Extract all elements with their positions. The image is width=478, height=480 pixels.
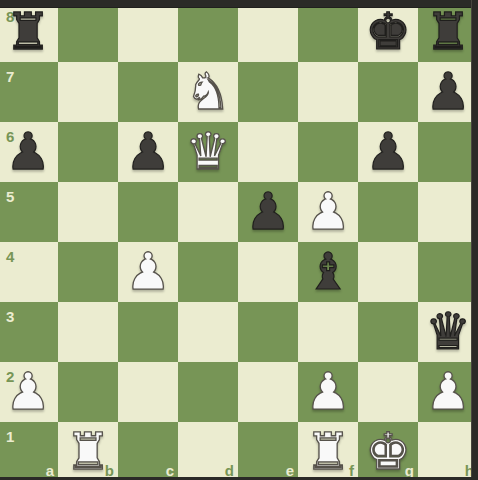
piece-black-pawn[interactable]: ♟ xyxy=(418,62,478,122)
rank-label: 7 xyxy=(6,69,14,84)
square-a5[interactable]: 5 xyxy=(0,182,58,242)
square-g8[interactable]: ♚ xyxy=(358,2,418,62)
square-c4[interactable]: ♟ xyxy=(118,242,178,302)
square-d7[interactable]: ♞ xyxy=(178,62,238,122)
square-g7[interactable] xyxy=(358,62,418,122)
square-b3[interactable] xyxy=(58,302,118,362)
square-c3[interactable] xyxy=(118,302,178,362)
square-h3[interactable]: ♛ xyxy=(418,302,478,362)
square-b8[interactable] xyxy=(58,2,118,62)
square-b6[interactable] xyxy=(58,122,118,182)
piece-white-pawn[interactable]: ♟ xyxy=(298,362,358,422)
piece-black-pawn[interactable]: ♟ xyxy=(118,122,178,182)
window-edge-top xyxy=(0,0,478,8)
square-d3[interactable] xyxy=(178,302,238,362)
square-f5[interactable]: ♟ xyxy=(298,182,358,242)
square-d4[interactable] xyxy=(178,242,238,302)
square-g6[interactable]: ♟ xyxy=(358,122,418,182)
square-f4[interactable]: ♝ xyxy=(298,242,358,302)
square-d1[interactable]: d xyxy=(178,422,238,480)
chess-board-app: 8♜♚♜7♞♟6♟♟♛♟5♟♟4♟♝3♛2♟♟♟1ab♜cdef♜g♚h xyxy=(0,0,478,480)
square-b1[interactable]: b♜ xyxy=(58,422,118,480)
square-g2[interactable] xyxy=(358,362,418,422)
square-b2[interactable] xyxy=(58,362,118,422)
square-f7[interactable] xyxy=(298,62,358,122)
file-label: a xyxy=(46,463,54,478)
square-h2[interactable]: ♟ xyxy=(418,362,478,422)
square-h6[interactable] xyxy=(418,122,478,182)
rank-label: 4 xyxy=(6,249,14,264)
square-a3[interactable]: 3 xyxy=(0,302,58,362)
square-e6[interactable] xyxy=(238,122,298,182)
square-f3[interactable] xyxy=(298,302,358,362)
chess-board: 8♜♚♜7♞♟6♟♟♛♟5♟♟4♟♝3♛2♟♟♟1ab♜cdef♜g♚h xyxy=(0,2,478,480)
piece-black-pawn[interactable]: ♟ xyxy=(358,122,418,182)
square-b5[interactable] xyxy=(58,182,118,242)
square-e1[interactable]: e xyxy=(238,422,298,480)
square-d5[interactable] xyxy=(178,182,238,242)
piece-white-pawn[interactable]: ♟ xyxy=(418,362,478,422)
square-g5[interactable] xyxy=(358,182,418,242)
square-c6[interactable]: ♟ xyxy=(118,122,178,182)
piece-white-knight[interactable]: ♞ xyxy=(178,62,238,122)
square-c2[interactable] xyxy=(118,362,178,422)
square-d2[interactable] xyxy=(178,362,238,422)
square-f6[interactable] xyxy=(298,122,358,182)
square-d8[interactable] xyxy=(178,2,238,62)
square-b7[interactable] xyxy=(58,62,118,122)
square-h1[interactable]: h xyxy=(418,422,478,480)
file-label: c xyxy=(166,463,174,478)
piece-black-bishop[interactable]: ♝ xyxy=(298,242,358,302)
file-label: e xyxy=(286,463,294,478)
piece-black-king[interactable]: ♚ xyxy=(358,2,418,62)
piece-white-pawn[interactable]: ♟ xyxy=(298,182,358,242)
square-a7[interactable]: 7 xyxy=(0,62,58,122)
square-c1[interactable]: c xyxy=(118,422,178,480)
square-a1[interactable]: 1a xyxy=(0,422,58,480)
square-a4[interactable]: 4 xyxy=(0,242,58,302)
square-h5[interactable] xyxy=(418,182,478,242)
square-e2[interactable] xyxy=(238,362,298,422)
piece-white-queen[interactable]: ♛ xyxy=(178,122,238,182)
square-e8[interactable] xyxy=(238,2,298,62)
square-d6[interactable]: ♛ xyxy=(178,122,238,182)
piece-black-pawn[interactable]: ♟ xyxy=(0,122,58,182)
square-h7[interactable]: ♟ xyxy=(418,62,478,122)
square-e5[interactable]: ♟ xyxy=(238,182,298,242)
piece-white-pawn[interactable]: ♟ xyxy=(118,242,178,302)
piece-black-rook[interactable]: ♜ xyxy=(418,2,478,62)
square-c5[interactable] xyxy=(118,182,178,242)
square-a8[interactable]: 8♜ xyxy=(0,2,58,62)
window-edge-right xyxy=(471,0,478,480)
rank-label: 1 xyxy=(6,429,14,444)
square-f2[interactable]: ♟ xyxy=(298,362,358,422)
square-e7[interactable] xyxy=(238,62,298,122)
piece-white-rook[interactable]: ♜ xyxy=(58,422,118,480)
piece-white-pawn[interactable]: ♟ xyxy=(0,362,58,422)
square-b4[interactable] xyxy=(58,242,118,302)
rank-label: 3 xyxy=(6,309,14,324)
square-c8[interactable] xyxy=(118,2,178,62)
square-f1[interactable]: f♜ xyxy=(298,422,358,480)
piece-white-rook[interactable]: ♜ xyxy=(298,422,358,480)
square-h4[interactable] xyxy=(418,242,478,302)
square-e4[interactable] xyxy=(238,242,298,302)
square-g4[interactable] xyxy=(358,242,418,302)
piece-black-queen[interactable]: ♛ xyxy=(418,302,478,362)
rank-label: 5 xyxy=(6,189,14,204)
square-g3[interactable] xyxy=(358,302,418,362)
square-c7[interactable] xyxy=(118,62,178,122)
square-h8[interactable]: ♜ xyxy=(418,2,478,62)
square-a2[interactable]: 2♟ xyxy=(0,362,58,422)
piece-white-king[interactable]: ♚ xyxy=(358,422,418,480)
square-e3[interactable] xyxy=(238,302,298,362)
square-a6[interactable]: 6♟ xyxy=(0,122,58,182)
piece-black-pawn[interactable]: ♟ xyxy=(238,182,298,242)
file-label: d xyxy=(225,463,234,478)
square-f8[interactable] xyxy=(298,2,358,62)
square-g1[interactable]: g♚ xyxy=(358,422,418,480)
piece-black-rook[interactable]: ♜ xyxy=(0,2,58,62)
